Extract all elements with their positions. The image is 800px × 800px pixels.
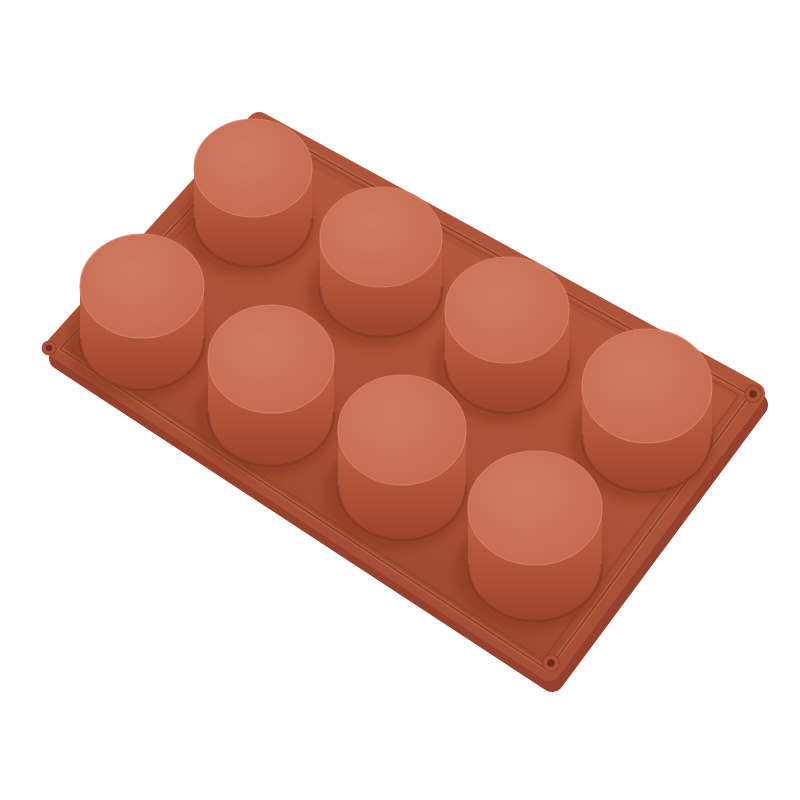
hole-opening (547, 659, 555, 667)
cavity-top-face (320, 187, 442, 287)
hole-opening (46, 345, 52, 351)
corner-hole-right (745, 386, 762, 403)
corner-hole-left (42, 341, 56, 355)
cavity-top-face (445, 257, 569, 363)
silicone-mold-image (0, 0, 800, 800)
cavity-top-face (194, 119, 312, 217)
mold-cavity-r1c1 (181, 119, 315, 277)
mold-cavity-r2c1 (67, 234, 207, 400)
cavity-top-face (80, 234, 204, 338)
mold-cavity-r2c3 (325, 375, 469, 550)
product-photo (0, 0, 800, 800)
corner-hole-bottom (543, 655, 560, 672)
mold-cavity-r2c4 (455, 451, 605, 631)
cavity-top-face (208, 305, 334, 413)
cavity-top-face (468, 451, 602, 565)
cavity-top-face (338, 375, 466, 485)
hole-opening (749, 390, 757, 398)
cavity-top-face (582, 329, 712, 443)
